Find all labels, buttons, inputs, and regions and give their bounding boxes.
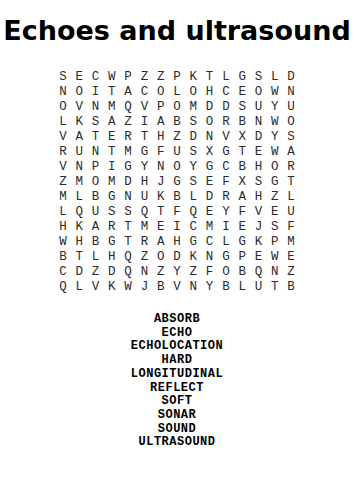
- grid-cell-r7c9: Y: [185, 160, 201, 175]
- grid-cell-r8c13: S: [250, 175, 266, 190]
- grid-cell-r14c15: Z: [283, 265, 299, 280]
- grid-cell-r2c6: C: [136, 85, 152, 100]
- grid-cell-r10c3: U: [87, 205, 103, 220]
- grid-cell-r1c10: T: [201, 70, 217, 85]
- grid-cell-r9c10: D: [201, 190, 217, 205]
- grid-cell-r1c15: D: [283, 70, 299, 85]
- grid-cell-r13c9: K: [185, 250, 201, 265]
- grid-cell-r14c4: D: [104, 265, 120, 280]
- grid-cell-r5c3: T: [87, 130, 103, 145]
- grid-cell-r5c8: Z: [169, 130, 185, 145]
- grid-cell-r1c2: E: [71, 70, 87, 85]
- grid-cell-r5c14: Y: [267, 130, 283, 145]
- word-list-item: ECHOLOCATION: [0, 340, 354, 354]
- grid-cell-r5c15: S: [283, 130, 299, 145]
- grid-cell-r6c8: U: [169, 145, 185, 160]
- grid-cell-r11c9: C: [185, 220, 201, 235]
- grid-cell-r1c13: S: [250, 70, 266, 85]
- word-list-item: SOUND: [0, 423, 354, 437]
- grid-cell-r10c11: Y: [218, 205, 234, 220]
- grid-cell-r8c5: D: [120, 175, 136, 190]
- grid-cell-r15c2: L: [71, 280, 87, 295]
- grid-cell-r11c4: R: [104, 220, 120, 235]
- grid-cell-r14c10: F: [201, 265, 217, 280]
- grid-cell-r8c3: O: [87, 175, 103, 190]
- grid-cell-r1c12: G: [234, 70, 250, 85]
- grid-cell-r11c15: F: [283, 220, 299, 235]
- grid-cell-r9c9: L: [185, 190, 201, 205]
- grid-cell-r5c7: H: [153, 130, 169, 145]
- grid-cell-r5c5: R: [120, 130, 136, 145]
- grid-cell-r5c13: D: [250, 130, 266, 145]
- grid-cell-r13c15: E: [283, 250, 299, 265]
- grid-cell-r3c4: M: [104, 100, 120, 115]
- grid-cell-r6c12: T: [234, 145, 250, 160]
- grid-cell-r1c8: P: [169, 70, 185, 85]
- word-list-item: ULTRASOUND: [0, 436, 354, 450]
- grid-cell-r9c11: R: [218, 190, 234, 205]
- grid-cell-r11c2: K: [71, 220, 87, 235]
- grid-cell-r9c2: L: [71, 190, 87, 205]
- grid-cell-r6c2: U: [71, 145, 87, 160]
- grid-cell-r2c15: N: [283, 85, 299, 100]
- word-list-item: SOFT: [0, 395, 354, 409]
- grid-cell-r12c15: M: [283, 235, 299, 250]
- worksheet-page: Echoes and ultrasound SECWPZZPKTLGSLDNOI…: [0, 0, 354, 500]
- grid-cell-r10c2: Q: [71, 205, 87, 220]
- grid-cell-r6c10: X: [201, 145, 217, 160]
- grid-cell-r13c5: Q: [120, 250, 136, 265]
- grid-cell-r12c13: K: [250, 235, 266, 250]
- grid-cell-r3c10: D: [201, 100, 217, 115]
- word-list-item: LONGITUDINAL: [0, 368, 354, 382]
- grid-cell-r8c2: M: [71, 175, 87, 190]
- grid-cell-r11c13: J: [250, 220, 266, 235]
- grid-cell-r13c6: Z: [136, 250, 152, 265]
- grid-cell-r1c6: Z: [136, 70, 152, 85]
- grid-cell-r10c15: U: [283, 205, 299, 220]
- grid-cell-r12c2: H: [71, 235, 87, 250]
- grid-cell-r4c11: R: [218, 115, 234, 130]
- grid-cell-r3c8: O: [169, 100, 185, 115]
- grid-cell-r8c15: T: [283, 175, 299, 190]
- grid-cell-r13c12: P: [234, 250, 250, 265]
- grid-cell-r11c6: M: [136, 220, 152, 235]
- grid-cell-r11c10: M: [201, 220, 217, 235]
- grid-cell-r7c11: C: [218, 160, 234, 175]
- grid-cell-r4c6: I: [136, 115, 152, 130]
- grid-cell-r5c11: V: [218, 130, 234, 145]
- grid-cell-r4c7: A: [153, 115, 169, 130]
- grid-cell-r15c13: U: [250, 280, 266, 295]
- grid-cell-r4c10: O: [201, 115, 217, 130]
- grid-cell-r9c13: H: [250, 190, 266, 205]
- grid-cell-r11c11: I: [218, 220, 234, 235]
- grid-cell-r15c5: W: [120, 280, 136, 295]
- grid-cell-r13c7: O: [153, 250, 169, 265]
- grid-cell-r1c14: L: [267, 70, 283, 85]
- grid-cell-r1c1: S: [55, 70, 71, 85]
- grid-cell-r12c5: T: [120, 235, 136, 250]
- grid-cell-r9c15: L: [283, 190, 299, 205]
- grid-cell-r6c1: R: [55, 145, 71, 160]
- grid-cell-r3c11: D: [218, 100, 234, 115]
- grid-cell-r3c3: N: [87, 100, 103, 115]
- grid-cell-r3c9: M: [185, 100, 201, 115]
- word-list-item: REFLECT: [0, 382, 354, 396]
- grid-cell-r10c8: F: [169, 205, 185, 220]
- grid-cell-r3c6: V: [136, 100, 152, 115]
- grid-cell-r11c1: H: [55, 220, 71, 235]
- grid-cell-r1c4: W: [104, 70, 120, 85]
- grid-cell-r6c4: T: [104, 145, 120, 160]
- grid-cell-r13c3: L: [87, 250, 103, 265]
- grid-cell-r12c4: G: [104, 235, 120, 250]
- grid-cell-r5c4: E: [104, 130, 120, 145]
- grid-cell-r2c3: I: [87, 85, 103, 100]
- grid-cell-r14c12: B: [234, 265, 250, 280]
- grid-cell-r12c8: H: [169, 235, 185, 250]
- grid-cell-r10c4: S: [104, 205, 120, 220]
- grid-cell-r2c14: W: [267, 85, 283, 100]
- grid-cell-r11c14: S: [267, 220, 283, 235]
- grid-cell-r2c13: O: [250, 85, 266, 100]
- grid-cell-r2c10: H: [201, 85, 217, 100]
- grid-cell-r2c5: A: [120, 85, 136, 100]
- grid-cell-r11c8: I: [169, 220, 185, 235]
- grid-cell-r10c14: E: [267, 205, 283, 220]
- grid-cell-r4c8: B: [169, 115, 185, 130]
- grid-cell-r6c14: W: [267, 145, 283, 160]
- grid-cell-r4c3: S: [87, 115, 103, 130]
- grid-cell-r4c9: S: [185, 115, 201, 130]
- grid-cell-r15c4: K: [104, 280, 120, 295]
- grid-cell-r8c9: S: [185, 175, 201, 190]
- grid-cell-r13c13: E: [250, 250, 266, 265]
- grid-cell-r6c6: G: [136, 145, 152, 160]
- grid-cell-r8c1: Z: [55, 175, 71, 190]
- grid-cell-r5c10: N: [201, 130, 217, 145]
- word-list-item: SONAR: [0, 409, 354, 423]
- grid-cell-r8c6: H: [136, 175, 152, 190]
- grid-cell-r15c8: V: [169, 280, 185, 295]
- grid-cell-r3c2: V: [71, 100, 87, 115]
- grid-cell-r14c6: N: [136, 265, 152, 280]
- grid-cell-r10c1: L: [55, 205, 71, 220]
- grid-cell-r12c1: W: [55, 235, 71, 250]
- grid-cell-r1c11: L: [218, 70, 234, 85]
- grid-cell-r14c9: Z: [185, 265, 201, 280]
- grid-cell-r15c12: L: [234, 280, 250, 295]
- grid-cell-r7c12: B: [234, 160, 250, 175]
- grid-cell-r2c8: L: [169, 85, 185, 100]
- word-list-item: HARD: [0, 354, 354, 368]
- grid-cell-r14c5: Q: [120, 265, 136, 280]
- grid-cell-r6c9: S: [185, 145, 201, 160]
- grid-cell-r14c1: C: [55, 265, 71, 280]
- grid-cell-r13c11: G: [218, 250, 234, 265]
- grid-cell-r12c7: A: [153, 235, 169, 250]
- grid-cell-r4c4: A: [104, 115, 120, 130]
- grid-cell-r13c8: D: [169, 250, 185, 265]
- grid-cell-r3c7: P: [153, 100, 169, 115]
- grid-cell-r9c14: Z: [267, 190, 283, 205]
- grid-cell-r10c13: V: [250, 205, 266, 220]
- grid-cell-r15c1: Q: [55, 280, 71, 295]
- grid-cell-r2c9: O: [185, 85, 201, 100]
- grid-cell-r7c8: O: [169, 160, 185, 175]
- grid-cell-r11c7: E: [153, 220, 169, 235]
- grid-cell-r15c7: B: [153, 280, 169, 295]
- grid-cell-r12c6: R: [136, 235, 152, 250]
- grid-cell-r9c12: A: [234, 190, 250, 205]
- grid-cell-r15c11: B: [218, 280, 234, 295]
- grid-cell-r5c12: X: [234, 130, 250, 145]
- grid-cell-r14c14: N: [267, 265, 283, 280]
- grid-cell-r7c6: Y: [136, 160, 152, 175]
- grid-cell-r15c3: V: [87, 280, 103, 295]
- grid-cell-r15c14: T: [267, 280, 283, 295]
- grid-cell-r8c7: J: [153, 175, 169, 190]
- grid-cell-r7c14: O: [267, 160, 283, 175]
- grid-cell-r8c14: G: [267, 175, 283, 190]
- grid-cell-r2c1: N: [55, 85, 71, 100]
- grid-cell-r8c8: G: [169, 175, 185, 190]
- grid-cell-r9c4: G: [104, 190, 120, 205]
- grid-cell-r10c7: T: [153, 205, 169, 220]
- grid-cell-r15c15: B: [283, 280, 299, 295]
- grid-cell-r4c15: O: [283, 115, 299, 130]
- grid-cell-r12c10: C: [201, 235, 217, 250]
- grid-cell-r12c3: B: [87, 235, 103, 250]
- grid-cell-r2c11: C: [218, 85, 234, 100]
- grid-cell-r3c13: U: [250, 100, 266, 115]
- grid-cell-r2c7: O: [153, 85, 169, 100]
- grid-cell-r10c9: Q: [185, 205, 201, 220]
- grid-cell-r3c1: O: [55, 100, 71, 115]
- grid-cell-r12c12: G: [234, 235, 250, 250]
- grid-cell-r7c13: H: [250, 160, 266, 175]
- grid-cell-r7c7: N: [153, 160, 169, 175]
- grid-cell-r7c2: N: [71, 160, 87, 175]
- grid-cell-r8c12: X: [234, 175, 250, 190]
- grid-cell-r4c1: L: [55, 115, 71, 130]
- grid-cell-r10c12: F: [234, 205, 250, 220]
- grid-cell-r6c5: M: [120, 145, 136, 160]
- grid-cell-r13c14: W: [267, 250, 283, 265]
- grid-cell-r6c11: G: [218, 145, 234, 160]
- grid-cell-r3c5: Q: [120, 100, 136, 115]
- grid-cell-r2c12: E: [234, 85, 250, 100]
- grid-cell-r11c12: E: [234, 220, 250, 235]
- grid-cell-r9c7: K: [153, 190, 169, 205]
- grid-cell-r9c5: N: [120, 190, 136, 205]
- grid-cell-r12c14: P: [267, 235, 283, 250]
- grid-cell-r3c12: S: [234, 100, 250, 115]
- grid-cell-r10c6: Q: [136, 205, 152, 220]
- grid-cell-r1c9: K: [185, 70, 201, 85]
- grid-cell-r5c1: V: [55, 130, 71, 145]
- grid-cell-r8c4: M: [104, 175, 120, 190]
- grid-cell-r7c4: I: [104, 160, 120, 175]
- grid-cell-r6c13: E: [250, 145, 266, 160]
- grid-cell-r9c1: M: [55, 190, 71, 205]
- grid-cell-r13c10: N: [201, 250, 217, 265]
- grid-cell-r14c7: Z: [153, 265, 169, 280]
- grid-cell-r10c5: S: [120, 205, 136, 220]
- grid-cell-r12c11: L: [218, 235, 234, 250]
- grid-cell-r6c7: F: [153, 145, 169, 160]
- grid-cell-r11c3: A: [87, 220, 103, 235]
- grid-cell-r4c5: Z: [120, 115, 136, 130]
- grid-cell-r9c3: B: [87, 190, 103, 205]
- grid-cell-r5c2: A: [71, 130, 87, 145]
- word-search-grid: SECWPZZPKTLGSLDNOITACOLOHCEOWNOVNMQVPOMD…: [0, 70, 354, 295]
- grid-cell-r13c4: H: [104, 250, 120, 265]
- grid-cell-r6c3: N: [87, 145, 103, 160]
- grid-cell-r1c7: Z: [153, 70, 169, 85]
- grid-cell-r14c13: Q: [250, 265, 266, 280]
- grid-cell-r14c3: Z: [87, 265, 103, 280]
- puzzle-title: Echoes and ultrasound: [0, 14, 354, 48]
- word-list-item: ECHO: [0, 327, 354, 341]
- grid-cell-r4c13: N: [250, 115, 266, 130]
- grid-cell-r4c12: B: [234, 115, 250, 130]
- grid-cell-r10c10: E: [201, 205, 217, 220]
- grid-cell-r7c15: R: [283, 160, 299, 175]
- grid-cell-r12c9: G: [185, 235, 201, 250]
- grid-cell-r3c15: U: [283, 100, 299, 115]
- grid-cell-r1c5: P: [120, 70, 136, 85]
- grid-cell-r5c6: T: [136, 130, 152, 145]
- grid-cell-r14c8: Y: [169, 265, 185, 280]
- grid-cell-r5c9: D: [185, 130, 201, 145]
- grid-cell-r2c2: O: [71, 85, 87, 100]
- grid-cell-r7c1: V: [55, 160, 71, 175]
- grid-cell-r7c10: G: [201, 160, 217, 175]
- grid-cell-r8c11: F: [218, 175, 234, 190]
- grid-cell-r4c14: W: [267, 115, 283, 130]
- grid-cell-r2c4: T: [104, 85, 120, 100]
- grid-cell-r13c2: T: [71, 250, 87, 265]
- grid-cell-r11c5: T: [120, 220, 136, 235]
- grid-cell-r3c14: Y: [267, 100, 283, 115]
- grid-cell-r7c3: P: [87, 160, 103, 175]
- grid-cell-r9c6: U: [136, 190, 152, 205]
- grid-cell-r13c1: B: [55, 250, 71, 265]
- grid-cell-r8c10: E: [201, 175, 217, 190]
- grid-cell-r6c15: A: [283, 145, 299, 160]
- grid-cell-r7c5: G: [120, 160, 136, 175]
- grid-cell-r15c9: N: [185, 280, 201, 295]
- grid-cell-r9c8: B: [169, 190, 185, 205]
- word-list-item: ABSORB: [0, 313, 354, 327]
- grid-cell-r1c3: C: [87, 70, 103, 85]
- grid-cell-r14c2: D: [71, 265, 87, 280]
- word-list: ABSORBECHOECHOLOCATIONHARDLONGITUDINALRE…: [0, 313, 354, 450]
- grid-cell-r4c2: K: [71, 115, 87, 130]
- grid-cell-r15c10: Y: [201, 280, 217, 295]
- grid-cell-r14c11: O: [218, 265, 234, 280]
- grid-cell-r15c6: J: [136, 280, 152, 295]
